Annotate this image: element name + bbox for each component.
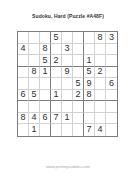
sudoku-cell-r5c1	[18, 78, 29, 90]
sudoku-cell-r4c6	[73, 67, 84, 79]
sudoku-cell-r6c9	[106, 90, 117, 102]
sudoku-cell-r4c8: 2	[95, 67, 106, 79]
sudoku-cell-r3c1	[18, 55, 29, 67]
sudoku-cell-r4c9	[106, 67, 117, 79]
sudoku-cell-r7c3	[40, 101, 51, 113]
sudoku-cell-r9c2: 1	[29, 124, 40, 136]
sudoku-cell-r2c2	[29, 44, 40, 56]
sudoku-cell-r5c5	[62, 78, 73, 90]
sudoku-cell-r8c1: 8	[18, 113, 29, 125]
sudoku-cell-r3c2	[29, 55, 40, 67]
sudoku-cell-r1c7	[84, 32, 95, 44]
sudoku-cell-r7c1	[18, 101, 29, 113]
sudoku-cell-r1c9: 3	[106, 32, 117, 44]
sudoku-cell-r7c8	[95, 101, 106, 113]
sudoku-cell-r2c1: 4	[18, 44, 29, 56]
sudoku-cell-r3c3: 5	[40, 55, 51, 67]
sudoku-cell-r7c4	[51, 101, 62, 113]
sudoku-cell-r8c4: 7	[51, 113, 62, 125]
sudoku-page: Sudoku, Hard (Puzzle #A48F) 583483521819…	[0, 0, 136, 176]
sudoku-cell-r1c8: 8	[95, 32, 106, 44]
sudoku-cell-r1c2	[29, 32, 40, 44]
sudoku-cell-r1c4: 5	[51, 32, 62, 44]
sudoku-cell-r4c1	[18, 67, 29, 79]
sudoku-cell-r2c9	[106, 44, 117, 56]
sudoku-cell-r3c4: 2	[51, 55, 62, 67]
sudoku-cell-r5c2	[29, 78, 40, 90]
sudoku-cell-r6c1: 6	[18, 90, 29, 102]
puzzle-title: Sudoku, Hard (Puzzle #A48F)	[0, 13, 136, 19]
sudoku-cell-r5c3	[40, 78, 51, 90]
sudoku-cell-r7c9	[106, 101, 117, 113]
sudoku-cell-r3c9	[106, 55, 117, 67]
sudoku-cell-r8c5: 1	[62, 113, 73, 125]
sudoku-cell-r3c7: 1	[84, 55, 95, 67]
sudoku-cell-r8c7	[84, 113, 95, 125]
sudoku-cell-r3c5	[62, 55, 73, 67]
sudoku-cell-r3c8	[95, 55, 106, 67]
sudoku-cell-r9c3	[40, 124, 51, 136]
sudoku-cell-r9c9	[106, 124, 117, 136]
sudoku-cell-r1c1	[18, 32, 29, 44]
sudoku-cell-r7c2	[29, 101, 40, 113]
sudoku-cell-r9c1	[18, 124, 29, 136]
sudoku-cell-r1c3	[40, 32, 51, 44]
sudoku-cell-r3c6	[73, 55, 84, 67]
sudoku-cell-r7c7	[84, 101, 95, 113]
sudoku-cell-r5c6: 5	[73, 78, 84, 90]
sudoku-cell-r1c6	[73, 32, 84, 44]
sudoku-cell-r8c9	[106, 113, 117, 125]
sudoku-cell-r9c5	[62, 124, 73, 136]
sudoku-cell-r5c8	[95, 78, 106, 90]
sudoku-cell-r6c7: 8	[84, 90, 95, 102]
footer-url: www.printmysudoku.com	[0, 164, 136, 169]
sudoku-cell-r5c4	[51, 78, 62, 90]
sudoku-cell-r4c7: 5	[84, 67, 95, 79]
sudoku-board: 583483521819525966512884671174	[17, 31, 118, 137]
sudoku-cell-r2c5: 3	[62, 44, 73, 56]
sudoku-cell-r6c6: 2	[73, 90, 84, 102]
sudoku-cell-r7c6	[73, 101, 84, 113]
sudoku-cell-r4c5: 9	[62, 67, 73, 79]
sudoku-cell-r6c2: 5	[29, 90, 40, 102]
sudoku-cell-r5c7: 9	[84, 78, 95, 90]
sudoku-cell-r9c6	[73, 124, 84, 136]
sudoku-cell-r2c8	[95, 44, 106, 56]
sudoku-cell-r4c2: 8	[29, 67, 40, 79]
sudoku-cell-r6c3	[40, 90, 51, 102]
sudoku-cell-r9c4	[51, 124, 62, 136]
sudoku-cell-r9c7: 7	[84, 124, 95, 136]
sudoku-cell-r7c5	[62, 101, 73, 113]
sudoku-cell-r4c3: 1	[40, 67, 51, 79]
sudoku-cell-r8c6	[73, 113, 84, 125]
sudoku-cell-r8c8	[95, 113, 106, 125]
sudoku-cell-r2c3: 8	[40, 44, 51, 56]
sudoku-cell-r2c6	[73, 44, 84, 56]
sudoku-cell-r6c5	[62, 90, 73, 102]
sudoku-cell-r4c4	[51, 67, 62, 79]
sudoku-cell-r6c8	[95, 90, 106, 102]
sudoku-cell-r8c2: 4	[29, 113, 40, 125]
sudoku-cell-r6c4: 1	[51, 90, 62, 102]
sudoku-cell-r1c5	[62, 32, 73, 44]
sudoku-cell-r2c7	[84, 44, 95, 56]
sudoku-cell-r2c4	[51, 44, 62, 56]
sudoku-cell-r8c3: 6	[40, 113, 51, 125]
sudoku-cell-r9c8: 4	[95, 124, 106, 136]
sudoku-cell-r5c9: 6	[106, 78, 117, 90]
